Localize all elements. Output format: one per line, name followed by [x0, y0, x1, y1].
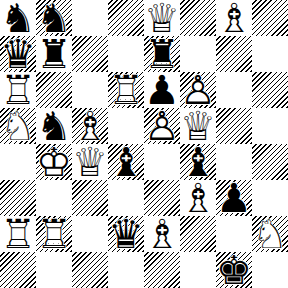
- white-rook-icon: ♖: [36, 216, 72, 252]
- square-b5[interactable]: ♞♞: [36, 108, 72, 144]
- black-queen-icon: ♛: [108, 216, 144, 252]
- square-d3[interactable]: [108, 180, 144, 216]
- piece-fill: ♝: [108, 144, 144, 180]
- square-c6[interactable]: [72, 72, 108, 108]
- piece-fill: ♝: [72, 108, 108, 144]
- square-h4[interactable]: [252, 144, 288, 180]
- square-a2[interactable]: ♜♖: [0, 216, 36, 252]
- square-e5[interactable]: ♟♙: [144, 108, 180, 144]
- piece-fill: ♜: [108, 72, 144, 108]
- square-g3[interactable]: ♟♟: [216, 180, 252, 216]
- square-b7[interactable]: ♜♜: [36, 36, 72, 72]
- piece-fill: ♟: [144, 72, 180, 108]
- square-c5[interactable]: ♝♗: [72, 108, 108, 144]
- piece-fill: ♝: [144, 216, 180, 252]
- black-bishop-icon: ♝: [180, 144, 216, 180]
- piece-fill: ♟: [216, 180, 252, 216]
- square-e7[interactable]: ♜♜: [144, 36, 180, 72]
- square-b2[interactable]: ♜♖: [36, 216, 72, 252]
- square-f5[interactable]: ♛♕: [180, 108, 216, 144]
- black-rook-icon: ♜: [144, 36, 180, 72]
- square-g8[interactable]: ♝♗: [216, 0, 252, 36]
- square-e6[interactable]: ♟♟: [144, 72, 180, 108]
- square-g4[interactable]: [216, 144, 252, 180]
- black-knight-icon: ♞: [0, 0, 36, 36]
- square-f7[interactable]: [180, 36, 216, 72]
- square-g7[interactable]: [216, 36, 252, 72]
- square-g6[interactable]: [216, 72, 252, 108]
- square-d1[interactable]: [108, 252, 144, 288]
- white-knight-icon: ♘: [0, 108, 36, 144]
- square-b3[interactable]: [36, 180, 72, 216]
- square-b8[interactable]: ♞♞: [36, 0, 72, 36]
- square-h1[interactable]: [252, 252, 288, 288]
- square-g1[interactable]: ♚♚: [216, 252, 252, 288]
- black-pawn-icon: ♟: [216, 180, 252, 216]
- square-d4[interactable]: ♝♝: [108, 144, 144, 180]
- white-bishop-icon: ♗: [216, 0, 252, 36]
- piece-fill: ♝: [180, 180, 216, 216]
- piece-fill: ♚: [36, 144, 72, 180]
- square-f4[interactable]: ♝♝: [180, 144, 216, 180]
- square-h2[interactable]: ♞♘: [252, 216, 288, 252]
- square-c4[interactable]: ♛♕: [72, 144, 108, 180]
- piece-fill: ♞: [36, 108, 72, 144]
- white-pawn-icon: ♙: [180, 72, 216, 108]
- square-g5[interactable]: [216, 108, 252, 144]
- square-a8[interactable]: ♞♞: [0, 0, 36, 36]
- square-d2[interactable]: ♛♛: [108, 216, 144, 252]
- square-b6[interactable]: [36, 72, 72, 108]
- black-knight-icon: ♞: [36, 108, 72, 144]
- piece-fill: ♜: [144, 36, 180, 72]
- square-a6[interactable]: ♜♖: [0, 72, 36, 108]
- piece-fill: ♜: [36, 36, 72, 72]
- square-c2[interactable]: [72, 216, 108, 252]
- white-bishop-icon: ♗: [72, 108, 108, 144]
- white-knight-icon: ♘: [252, 216, 288, 252]
- piece-fill: ♞: [252, 216, 288, 252]
- square-a4[interactable]: [0, 144, 36, 180]
- square-c8[interactable]: [72, 0, 108, 36]
- square-d7[interactable]: [108, 36, 144, 72]
- square-c3[interactable]: [72, 180, 108, 216]
- black-queen-icon: ♛: [0, 36, 36, 72]
- white-rook-icon: ♖: [108, 72, 144, 108]
- square-d5[interactable]: [108, 108, 144, 144]
- square-e8[interactable]: ♛♕: [144, 0, 180, 36]
- white-queen-icon: ♕: [72, 144, 108, 180]
- square-b1[interactable]: [36, 252, 72, 288]
- square-f8[interactable]: [180, 0, 216, 36]
- square-e1[interactable]: [144, 252, 180, 288]
- square-f3[interactable]: ♝♗: [180, 180, 216, 216]
- piece-fill: ♞: [0, 108, 36, 144]
- square-f6[interactable]: ♟♙: [180, 72, 216, 108]
- piece-fill: ♜: [0, 72, 36, 108]
- chess-board: ♞♞♞♞♛♕♝♗♛♛♜♜♜♜♜♖♜♖♟♟♟♙♞♘♞♞♝♗♟♙♛♕♚♔♛♕♝♝♝♝…: [0, 0, 288, 288]
- square-a1[interactable]: [0, 252, 36, 288]
- square-a5[interactable]: ♞♘: [0, 108, 36, 144]
- square-f2[interactable]: [180, 216, 216, 252]
- piece-fill: ♝: [180, 144, 216, 180]
- square-c1[interactable]: [72, 252, 108, 288]
- piece-fill: ♜: [36, 216, 72, 252]
- square-g2[interactable]: [216, 216, 252, 252]
- square-e2[interactable]: ♝♗: [144, 216, 180, 252]
- white-king-icon: ♔: [36, 144, 72, 180]
- square-h3[interactable]: [252, 180, 288, 216]
- white-queen-icon: ♕: [144, 0, 180, 36]
- white-queen-icon: ♕: [180, 108, 216, 144]
- piece-fill: ♛: [180, 108, 216, 144]
- piece-fill: ♛: [0, 36, 36, 72]
- square-h5[interactable]: [252, 108, 288, 144]
- square-c7[interactable]: [72, 36, 108, 72]
- square-a7[interactable]: ♛♛: [0, 36, 36, 72]
- piece-fill: ♟: [180, 72, 216, 108]
- black-pawn-icon: ♟: [144, 72, 180, 108]
- square-b4[interactable]: ♚♔: [36, 144, 72, 180]
- piece-fill: ♝: [216, 0, 252, 36]
- piece-fill: ♞: [36, 0, 72, 36]
- square-d6[interactable]: ♜♖: [108, 72, 144, 108]
- piece-fill: ♟: [144, 108, 180, 144]
- piece-fill: ♛: [108, 216, 144, 252]
- piece-fill: ♚: [216, 252, 252, 288]
- piece-fill: ♜: [0, 216, 36, 252]
- white-pawn-icon: ♙: [144, 108, 180, 144]
- white-bishop-icon: ♗: [144, 216, 180, 252]
- piece-fill: ♛: [72, 144, 108, 180]
- white-rook-icon: ♖: [0, 72, 36, 108]
- square-a3[interactable]: [0, 180, 36, 216]
- square-d8[interactable]: [108, 0, 144, 36]
- black-bishop-icon: ♝: [108, 144, 144, 180]
- square-h6[interactable]: [252, 72, 288, 108]
- square-h8[interactable]: [252, 0, 288, 36]
- square-e4[interactable]: [144, 144, 180, 180]
- square-e3[interactable]: [144, 180, 180, 216]
- black-rook-icon: ♜: [36, 36, 72, 72]
- piece-fill: ♛: [144, 0, 180, 36]
- piece-fill: ♞: [0, 0, 36, 36]
- square-f1[interactable]: [180, 252, 216, 288]
- square-h7[interactable]: [252, 36, 288, 72]
- black-knight-icon: ♞: [36, 0, 72, 36]
- white-rook-icon: ♖: [0, 216, 36, 252]
- white-bishop-icon: ♗: [180, 180, 216, 216]
- black-king-icon: ♚: [216, 252, 252, 288]
